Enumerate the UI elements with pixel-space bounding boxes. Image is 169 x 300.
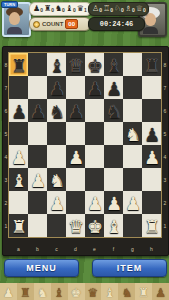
black-knight-c6[interactable]: ♞ xyxy=(49,103,65,121)
black-pawn-f7[interactable]: ♟ xyxy=(106,80,122,98)
captured-queen: ♛1 xyxy=(77,4,87,14)
square-d5[interactable] xyxy=(66,122,85,145)
black-rook-h8[interactable]: ♜ xyxy=(144,57,160,75)
chess-app-screen: TURN ♟0♜0♞0♝0♛1 ♙0♖0♘0♗0♕0 COUNT 00 00:2… xyxy=(0,0,169,300)
square-g3[interactable] xyxy=(123,168,142,191)
item-piece-icon: ♝ xyxy=(54,286,65,300)
file-label-d: d xyxy=(66,245,85,253)
opponent-face xyxy=(145,13,156,26)
item-piece-icon: ♜ xyxy=(138,286,149,300)
square-a5[interactable] xyxy=(9,122,28,145)
rank-label-4: 4 xyxy=(162,145,168,168)
rank-label-5: 5 xyxy=(162,122,168,145)
rank-label-3: 3 xyxy=(162,168,168,191)
rank-label-8: 8 xyxy=(162,53,168,76)
item-piece-icon: ♛ xyxy=(88,286,99,300)
black-queen-d8[interactable]: ♛ xyxy=(68,57,84,75)
square-g7[interactable] xyxy=(123,76,142,99)
item-piece-icon: ♚ xyxy=(71,286,82,300)
file-label-c: c xyxy=(47,245,66,253)
square-b7[interactable] xyxy=(28,76,47,99)
square-e6[interactable] xyxy=(85,99,104,122)
square-d7[interactable] xyxy=(66,76,85,99)
file-label-f: f xyxy=(104,245,123,253)
item-piece-icon: ♟ xyxy=(3,286,14,300)
square-f3[interactable] xyxy=(104,168,123,191)
square-e4[interactable] xyxy=(85,145,104,168)
square-g8[interactable] xyxy=(123,53,142,76)
square-e8[interactable]: ♚ xyxy=(85,53,104,76)
square-b3[interactable]: ♟ xyxy=(28,168,47,191)
item-piece-icon: ♜ xyxy=(20,286,31,300)
black-bishop-f8[interactable]: ♝ xyxy=(106,57,122,75)
square-c1[interactable] xyxy=(47,214,66,237)
white-pawn-a4[interactable]: ♟ xyxy=(11,149,27,167)
black-knight-f6[interactable]: ♞ xyxy=(106,103,122,121)
square-f5[interactable] xyxy=(104,122,123,145)
captured-rook: ♖0 xyxy=(103,4,113,14)
white-pawn-h4[interactable]: ♟ xyxy=(144,149,160,167)
square-d8[interactable]: ♛ xyxy=(66,53,85,76)
black-rook-a8[interactable]: ♜ xyxy=(11,57,27,75)
piece-item-strip[interactable]: ♟♜♞♝♚♛♝♞♜♟ xyxy=(0,283,169,300)
square-a8[interactable]: ♜ xyxy=(9,53,28,76)
square-f7[interactable]: ♟ xyxy=(104,76,123,99)
square-f8[interactable]: ♝ xyxy=(104,53,123,76)
square-b4[interactable] xyxy=(28,145,47,168)
square-d6[interactable]: ♟ xyxy=(66,99,85,122)
white-queen-d1[interactable]: ♛ xyxy=(68,218,84,236)
black-pawn-a6[interactable]: ♟ xyxy=(11,103,27,121)
square-a7[interactable] xyxy=(9,76,28,99)
black-pawn-h5[interactable]: ♟ xyxy=(144,126,160,144)
white-pawn-d4[interactable]: ♟ xyxy=(68,149,84,167)
rank-label-6: 6 xyxy=(162,99,168,122)
move-count-pill: COUNT 00 xyxy=(29,17,91,31)
black-king-e8[interactable]: ♚ xyxy=(87,57,103,75)
square-a1[interactable]: ♜ xyxy=(9,214,28,237)
clock-icon xyxy=(33,21,40,28)
square-b6[interactable]: ♟ xyxy=(28,99,47,122)
chess-board: 87654321 ♜♝♛♚♝♜♟♟♟♟♟♞♟♞♞♟♟♟♟♝♟♞♟♟♟♟♜♛♚♝♜… xyxy=(2,46,169,256)
captured-pawn: ♟0 xyxy=(33,4,43,14)
rank-label-2: 2 xyxy=(162,191,168,214)
square-f4[interactable] xyxy=(104,145,123,168)
captured-black-pieces-tray: ♟0♜0♞0♝0♛1 xyxy=(29,2,92,16)
black-pawn-b6[interactable]: ♟ xyxy=(30,103,46,121)
black-bishop-c8[interactable]: ♝ xyxy=(49,57,65,75)
square-a4[interactable]: ♟ xyxy=(9,145,28,168)
captured-knight: ♘0 xyxy=(114,4,124,14)
square-h4[interactable]: ♟ xyxy=(142,145,161,168)
item-strip-cell-4[interactable]: ♚ xyxy=(68,283,85,300)
item-button[interactable]: ITEM xyxy=(92,259,167,277)
item-piece-icon: ♞ xyxy=(121,286,132,300)
white-king-e1[interactable]: ♚ xyxy=(87,218,103,236)
avatar-face xyxy=(9,12,20,25)
square-d3[interactable] xyxy=(66,168,85,191)
item-strip-cell-7[interactable]: ♞ xyxy=(118,283,135,300)
square-h5[interactable]: ♟ xyxy=(142,122,161,145)
square-g6[interactable] xyxy=(123,99,142,122)
square-h3[interactable] xyxy=(142,168,161,191)
square-c2[interactable]: ♟ xyxy=(47,191,66,214)
white-knight-c3[interactable]: ♞ xyxy=(49,172,65,190)
rank-label-7: 7 xyxy=(162,76,168,99)
file-label-g: g xyxy=(123,245,142,253)
square-h2[interactable] xyxy=(142,191,161,214)
item-strip-cell-9[interactable]: ♟ xyxy=(152,283,169,300)
white-bishop-f1[interactable]: ♝ xyxy=(106,218,122,236)
square-f2[interactable]: ♟ xyxy=(104,191,123,214)
square-d2[interactable] xyxy=(66,191,85,214)
square-c8[interactable]: ♝ xyxy=(47,53,66,76)
square-b8[interactable] xyxy=(28,53,47,76)
white-pawn-f2[interactable]: ♟ xyxy=(106,195,122,213)
square-b1[interactable] xyxy=(28,214,47,237)
count-value-badge: 00 xyxy=(65,19,78,29)
count-label: COUNT xyxy=(42,21,63,27)
turn-badge: TURN xyxy=(1,1,18,8)
item-strip-cell-2[interactable]: ♞ xyxy=(34,283,51,300)
square-b2[interactable] xyxy=(28,191,47,214)
captured-knight: ♞0 xyxy=(55,4,65,14)
square-f6[interactable]: ♞ xyxy=(104,99,123,122)
square-c6[interactable]: ♞ xyxy=(47,99,66,122)
file-labels: abcdefgh xyxy=(9,245,161,253)
square-h8[interactable]: ♜ xyxy=(142,53,161,76)
captured-pawn: ♙0 xyxy=(92,4,102,14)
square-c5[interactable] xyxy=(47,122,66,145)
square-a3[interactable]: ♝ xyxy=(9,168,28,191)
rank-labels-right: 87654321 xyxy=(162,53,168,237)
item-strip-cell-8[interactable]: ♜ xyxy=(135,283,152,300)
white-knight-g5[interactable]: ♞ xyxy=(125,126,141,144)
square-e7[interactable]: ♟ xyxy=(85,76,104,99)
menu-button[interactable]: MENU xyxy=(4,259,79,277)
square-d4[interactable]: ♟ xyxy=(66,145,85,168)
square-h7[interactable] xyxy=(142,76,161,99)
square-e3[interactable] xyxy=(85,168,104,191)
item-strip-cell-1[interactable]: ♜ xyxy=(17,283,34,300)
square-a2[interactable] xyxy=(9,191,28,214)
square-c7[interactable]: ♟ xyxy=(47,76,66,99)
square-g2[interactable]: ♟ xyxy=(123,191,142,214)
file-label-h: h xyxy=(142,245,161,253)
square-g4[interactable] xyxy=(123,145,142,168)
item-piece-icon: ♝ xyxy=(105,286,116,300)
black-pawn-d6[interactable]: ♟ xyxy=(68,103,84,121)
item-strip-cell-3[interactable]: ♝ xyxy=(51,283,68,300)
item-piece-icon: ♞ xyxy=(37,286,48,300)
white-rook-h1[interactable]: ♜ xyxy=(144,218,160,236)
square-d1[interactable]: ♛ xyxy=(66,214,85,237)
white-bishop-a3[interactable]: ♝ xyxy=(11,172,27,190)
white-pawn-b3[interactable]: ♟ xyxy=(30,172,46,190)
square-g1[interactable] xyxy=(123,214,142,237)
square-e1[interactable]: ♚ xyxy=(85,214,104,237)
game-clock: 00:24:46 xyxy=(88,17,145,31)
black-pawn-c7[interactable]: ♟ xyxy=(49,80,65,98)
square-b5[interactable] xyxy=(28,122,47,145)
square-f1[interactable]: ♝ xyxy=(104,214,123,237)
square-a6[interactable]: ♟ xyxy=(9,99,28,122)
white-rook-a1[interactable]: ♜ xyxy=(11,218,27,236)
square-e2[interactable]: ♟ xyxy=(85,191,104,214)
black-pawn-e7[interactable]: ♟ xyxy=(87,80,103,98)
item-strip-cell-5[interactable]: ♛ xyxy=(85,283,102,300)
captured-queen: ♕0 xyxy=(136,4,146,14)
file-label-b: b xyxy=(28,245,47,253)
square-c3[interactable]: ♞ xyxy=(47,168,66,191)
opponent-torso xyxy=(143,27,158,34)
file-label-a: a xyxy=(9,245,28,253)
captured-white-pieces-tray: ♙0♖0♘0♗0♕0 xyxy=(88,2,149,16)
square-c4[interactable] xyxy=(47,145,66,168)
captured-bishop: ♝0 xyxy=(66,4,76,14)
white-pawn-g2[interactable]: ♟ xyxy=(125,195,141,213)
square-h6[interactable] xyxy=(142,99,161,122)
captured-bishop: ♗0 xyxy=(125,4,135,14)
white-pawn-e2[interactable]: ♟ xyxy=(87,195,103,213)
rank-label-1: 1 xyxy=(162,214,168,237)
square-e5[interactable] xyxy=(85,122,104,145)
square-h1[interactable]: ♜ xyxy=(142,214,161,237)
board-squares: ♜♝♛♚♝♜♟♟♟♟♟♞♟♞♞♟♟♟♟♝♟♞♟♟♟♟♜♛♚♝♜ xyxy=(9,53,161,237)
file-label-e: e xyxy=(85,245,104,253)
item-strip-cell-6[interactable]: ♝ xyxy=(101,283,118,300)
captured-rook: ♜0 xyxy=(44,4,54,14)
avatar-torso xyxy=(7,27,22,34)
item-strip-cell-0[interactable]: ♟ xyxy=(0,283,17,300)
white-pawn-c2[interactable]: ♟ xyxy=(49,195,65,213)
item-piece-icon: ♟ xyxy=(155,286,166,300)
square-g5[interactable]: ♞ xyxy=(123,122,142,145)
